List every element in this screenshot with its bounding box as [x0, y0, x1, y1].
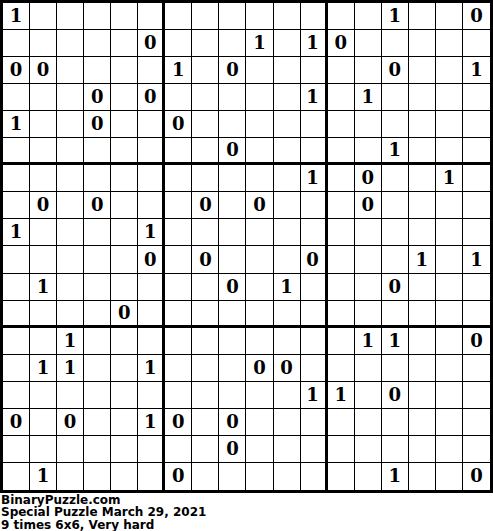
- cell-r13c2[interactable]: [30, 328, 57, 355]
- cell-r9c14[interactable]: [355, 219, 382, 246]
- cell-r18c17[interactable]: [436, 463, 463, 490]
- cell-r17c16[interactable]: [409, 436, 436, 463]
- cell-r3c14[interactable]: [355, 57, 382, 84]
- cell-r11c14[interactable]: [355, 274, 382, 301]
- cell-r14c8[interactable]: [192, 355, 219, 382]
- cell-r6c11[interactable]: [274, 138, 301, 165]
- cell-r4c2[interactable]: [30, 84, 57, 111]
- cell-r5c1: 1: [3, 111, 30, 138]
- cell-r3c8[interactable]: [192, 57, 219, 84]
- cell-r6c12[interactable]: [301, 138, 328, 165]
- cell-r6c4[interactable]: [84, 138, 111, 165]
- cell-r2c14[interactable]: [355, 30, 382, 57]
- cell-r4c18[interactable]: [463, 84, 490, 111]
- cell-r9c1: 1: [3, 219, 30, 246]
- cell-r12c1[interactable]: [3, 301, 30, 328]
- cell-r3c4[interactable]: [84, 57, 111, 84]
- cell-r1c16[interactable]: [409, 3, 436, 30]
- cell-r8c12[interactable]: [301, 192, 328, 219]
- cell-r15c10[interactable]: [246, 382, 273, 409]
- cell-r7c17: 1: [436, 165, 463, 192]
- cell-r17c2[interactable]: [30, 436, 57, 463]
- cell-r4c8[interactable]: [192, 84, 219, 111]
- cell-r3c1: 0: [3, 57, 30, 84]
- cell-r3c17[interactable]: [436, 57, 463, 84]
- cell-r4c7[interactable]: [165, 84, 192, 111]
- cell-r14c1[interactable]: [3, 355, 30, 382]
- cell-r14c6: 1: [138, 355, 165, 382]
- cell-r8c5[interactable]: [111, 192, 138, 219]
- cell-r8c7[interactable]: [165, 192, 192, 219]
- cell-r4c3[interactable]: [57, 84, 84, 111]
- cell-r11c10[interactable]: [246, 274, 273, 301]
- cell-r8c17[interactable]: [436, 192, 463, 219]
- cell-r1c12[interactable]: [301, 3, 328, 30]
- cell-r5c14[interactable]: [355, 111, 382, 138]
- cell-r4c10[interactable]: [246, 84, 273, 111]
- cell-r12c3[interactable]: [57, 301, 84, 328]
- cell-r9c17[interactable]: [436, 219, 463, 246]
- cell-r5c17[interactable]: [436, 111, 463, 138]
- cell-r7c8[interactable]: [192, 165, 219, 192]
- cell-r17c18[interactable]: [463, 436, 490, 463]
- cell-r12c11[interactable]: [274, 301, 301, 328]
- cell-r2c1[interactable]: [3, 30, 30, 57]
- board-grid: 1100110001001001110001101000001100011101…: [3, 3, 490, 490]
- cell-r16c14[interactable]: [355, 409, 382, 436]
- cell-r7c9[interactable]: [219, 165, 246, 192]
- cell-r6c17[interactable]: [436, 138, 463, 165]
- cell-r9c10[interactable]: [246, 219, 273, 246]
- cell-r15c6[interactable]: [138, 382, 165, 409]
- cell-r14c16[interactable]: [409, 355, 436, 382]
- cell-r2c5[interactable]: [111, 30, 138, 57]
- cell-r2c4[interactable]: [84, 30, 111, 57]
- cell-r11c18[interactable]: [463, 274, 490, 301]
- cell-r16c11[interactable]: [274, 409, 301, 436]
- cell-r14c13[interactable]: [328, 355, 355, 382]
- cell-r5c3[interactable]: [57, 111, 84, 138]
- cell-r9c4[interactable]: [84, 219, 111, 246]
- cell-r12c2[interactable]: [30, 301, 57, 328]
- cell-r11c3[interactable]: [57, 274, 84, 301]
- cell-r12c17[interactable]: [436, 301, 463, 328]
- cell-r17c6[interactable]: [138, 436, 165, 463]
- cell-r18c14[interactable]: [355, 463, 382, 490]
- cell-r12c10[interactable]: [246, 301, 273, 328]
- cell-r16c12[interactable]: [301, 409, 328, 436]
- cell-r8c9[interactable]: [219, 192, 246, 219]
- cell-r10c10[interactable]: [246, 246, 273, 273]
- cell-r4c4: 0: [84, 84, 111, 111]
- cell-r15c13: 1: [328, 382, 355, 409]
- cell-r11c2: 1: [30, 274, 57, 301]
- cell-r5c18[interactable]: [463, 111, 490, 138]
- cell-r11c12[interactable]: [301, 274, 328, 301]
- cell-r9c8[interactable]: [192, 219, 219, 246]
- cell-r3c5[interactable]: [111, 57, 138, 84]
- cell-r13c3: 1: [57, 328, 84, 355]
- cell-r15c4[interactable]: [84, 382, 111, 409]
- cell-r2c9[interactable]: [219, 30, 246, 57]
- page: 1100110001001001110001101000001100011101…: [0, 0, 493, 531]
- cell-r18c13[interactable]: [328, 463, 355, 490]
- cell-r16c15[interactable]: [382, 409, 409, 436]
- cell-r14c4[interactable]: [84, 355, 111, 382]
- cell-r8c11[interactable]: [274, 192, 301, 219]
- cell-r2c6: 0: [138, 30, 165, 57]
- cell-r10c14[interactable]: [355, 246, 382, 273]
- cell-r8c15[interactable]: [382, 192, 409, 219]
- cell-r9c11[interactable]: [274, 219, 301, 246]
- cell-r16c5[interactable]: [111, 409, 138, 436]
- cell-r7c1[interactable]: [3, 165, 30, 192]
- cell-r15c5[interactable]: [111, 382, 138, 409]
- cell-r17c1[interactable]: [3, 436, 30, 463]
- cell-r16c13[interactable]: [328, 409, 355, 436]
- cell-r8c2: 0: [30, 192, 57, 219]
- cell-r7c3[interactable]: [57, 165, 84, 192]
- cell-r11c7[interactable]: [165, 274, 192, 301]
- cell-r11c13[interactable]: [328, 274, 355, 301]
- cell-r4c15[interactable]: [382, 84, 409, 111]
- cell-r5c9[interactable]: [219, 111, 246, 138]
- cell-r3c7: 1: [165, 57, 192, 84]
- cell-r7c13[interactable]: [328, 165, 355, 192]
- cell-r12c12[interactable]: [301, 301, 328, 328]
- cell-r2c17[interactable]: [436, 30, 463, 57]
- cell-r18c7: 0: [165, 463, 192, 490]
- cell-r7c11[interactable]: [274, 165, 301, 192]
- cell-r6c1[interactable]: [3, 138, 30, 165]
- cell-r2c10: 1: [246, 30, 273, 57]
- cell-r6c6[interactable]: [138, 138, 165, 165]
- cell-r1c2[interactable]: [30, 3, 57, 30]
- cell-r10c1[interactable]: [3, 246, 30, 273]
- cell-r11c8[interactable]: [192, 274, 219, 301]
- cell-r13c16[interactable]: [409, 328, 436, 355]
- cell-r17c14[interactable]: [355, 436, 382, 463]
- cell-r16c10[interactable]: [246, 409, 273, 436]
- cell-r5c13[interactable]: [328, 111, 355, 138]
- cell-r18c3[interactable]: [57, 463, 84, 490]
- cell-r6c8[interactable]: [192, 138, 219, 165]
- cell-r4c11[interactable]: [274, 84, 301, 111]
- cell-r14c9[interactable]: [219, 355, 246, 382]
- cell-r11c5[interactable]: [111, 274, 138, 301]
- cell-r5c6[interactable]: [138, 111, 165, 138]
- cell-r12c4[interactable]: [84, 301, 111, 328]
- cell-r17c10[interactable]: [246, 436, 273, 463]
- cell-r4c1[interactable]: [3, 84, 30, 111]
- cell-r18c4[interactable]: [84, 463, 111, 490]
- cell-r18c16[interactable]: [409, 463, 436, 490]
- cell-r1c15: 1: [382, 3, 409, 30]
- cell-r5c2[interactable]: [30, 111, 57, 138]
- cell-r10c2[interactable]: [30, 246, 57, 273]
- cell-r7c15[interactable]: [382, 165, 409, 192]
- cell-r9c2[interactable]: [30, 219, 57, 246]
- cell-r15c9[interactable]: [219, 382, 246, 409]
- cell-r17c5[interactable]: [111, 436, 138, 463]
- cell-r13c8[interactable]: [192, 328, 219, 355]
- cell-r15c1[interactable]: [3, 382, 30, 409]
- cell-r14c5[interactable]: [111, 355, 138, 382]
- cell-r9c7[interactable]: [165, 219, 192, 246]
- cell-r2c7[interactable]: [165, 30, 192, 57]
- cell-r4c5[interactable]: [111, 84, 138, 111]
- cell-r6c13[interactable]: [328, 138, 355, 165]
- cell-r18c9[interactable]: [219, 463, 246, 490]
- cell-r1c10[interactable]: [246, 3, 273, 30]
- cell-r4c16[interactable]: [409, 84, 436, 111]
- cell-r8c14: 0: [355, 192, 382, 219]
- cell-r18c5[interactable]: [111, 463, 138, 490]
- cell-r18c11[interactable]: [274, 463, 301, 490]
- cell-r1c17[interactable]: [436, 3, 463, 30]
- cell-r1c7[interactable]: [165, 3, 192, 30]
- cell-r18c6[interactable]: [138, 463, 165, 490]
- cell-r10c4[interactable]: [84, 246, 111, 273]
- cell-r13c1[interactable]: [3, 328, 30, 355]
- cell-r1c8[interactable]: [192, 3, 219, 30]
- cell-r4c17[interactable]: [436, 84, 463, 111]
- cell-r3c3[interactable]: [57, 57, 84, 84]
- cell-r5c8[interactable]: [192, 111, 219, 138]
- cell-r9c12[interactable]: [301, 219, 328, 246]
- cell-r1c14[interactable]: [355, 3, 382, 30]
- cell-r10c9[interactable]: [219, 246, 246, 273]
- cell-r8c1[interactable]: [3, 192, 30, 219]
- cell-r16c8[interactable]: [192, 409, 219, 436]
- cell-r12c7[interactable]: [165, 301, 192, 328]
- cell-r16c4[interactable]: [84, 409, 111, 436]
- cell-r17c4[interactable]: [84, 436, 111, 463]
- cell-r5c7: 0: [165, 111, 192, 138]
- cell-r3c13[interactable]: [328, 57, 355, 84]
- cell-r13c15: 1: [382, 328, 409, 355]
- cell-r13c11[interactable]: [274, 328, 301, 355]
- cell-r15c7[interactable]: [165, 382, 192, 409]
- cell-r7c18[interactable]: [463, 165, 490, 192]
- cell-r2c16[interactable]: [409, 30, 436, 57]
- cell-r5c12[interactable]: [301, 111, 328, 138]
- cell-r7c10[interactable]: [246, 165, 273, 192]
- cell-r14c12[interactable]: [301, 355, 328, 382]
- cell-r15c8[interactable]: [192, 382, 219, 409]
- cell-r6c16[interactable]: [409, 138, 436, 165]
- cell-r5c16[interactable]: [409, 111, 436, 138]
- cell-r12c8[interactable]: [192, 301, 219, 328]
- cell-r6c14[interactable]: [355, 138, 382, 165]
- cell-r16c16[interactable]: [409, 409, 436, 436]
- cell-r7c7[interactable]: [165, 165, 192, 192]
- cell-r3c10[interactable]: [246, 57, 273, 84]
- cell-r7c4[interactable]: [84, 165, 111, 192]
- cell-r4c12: 1: [301, 84, 328, 111]
- cell-r12c14[interactable]: [355, 301, 382, 328]
- cell-r15c3[interactable]: [57, 382, 84, 409]
- cell-r3c6[interactable]: [138, 57, 165, 84]
- cell-r3c16[interactable]: [409, 57, 436, 84]
- cell-r12c13[interactable]: [328, 301, 355, 328]
- cell-r1c11[interactable]: [274, 3, 301, 30]
- cell-r16c17[interactable]: [436, 409, 463, 436]
- cell-r12c9[interactable]: [219, 301, 246, 328]
- cell-r13c17[interactable]: [436, 328, 463, 355]
- cell-r10c11[interactable]: [274, 246, 301, 273]
- cell-r2c2[interactable]: [30, 30, 57, 57]
- cell-r5c11[interactable]: [274, 111, 301, 138]
- cell-r2c15[interactable]: [382, 30, 409, 57]
- cell-r8c6[interactable]: [138, 192, 165, 219]
- cell-r13c6[interactable]: [138, 328, 165, 355]
- cell-r14c10: 0: [246, 355, 273, 382]
- cell-r18c1[interactable]: [3, 463, 30, 490]
- cell-r15c2[interactable]: [30, 382, 57, 409]
- cell-r8c16[interactable]: [409, 192, 436, 219]
- cell-r5c5[interactable]: [111, 111, 138, 138]
- cell-r9c9[interactable]: [219, 219, 246, 246]
- cell-r11c1[interactable]: [3, 274, 30, 301]
- cell-r9c13[interactable]: [328, 219, 355, 246]
- cell-r7c5[interactable]: [111, 165, 138, 192]
- cell-r1c9[interactable]: [219, 3, 246, 30]
- cell-r6c18[interactable]: [463, 138, 490, 165]
- cell-r15c16[interactable]: [409, 382, 436, 409]
- cell-r18c8[interactable]: [192, 463, 219, 490]
- cell-r4c13[interactable]: [328, 84, 355, 111]
- cell-r13c12[interactable]: [301, 328, 328, 355]
- cell-r6c5[interactable]: [111, 138, 138, 165]
- cell-r9c18[interactable]: [463, 219, 490, 246]
- cell-r13c9[interactable]: [219, 328, 246, 355]
- cell-r17c15[interactable]: [382, 436, 409, 463]
- puzzle-spec: 9 times 6x6, Very hard: [1, 519, 493, 531]
- cell-r15c18[interactable]: [463, 382, 490, 409]
- cell-r10c15[interactable]: [382, 246, 409, 273]
- cell-r18c10[interactable]: [246, 463, 273, 490]
- cell-r7c6[interactable]: [138, 165, 165, 192]
- cell-r9c3[interactable]: [57, 219, 84, 246]
- cell-r5c15[interactable]: [382, 111, 409, 138]
- cell-r8c18[interactable]: [463, 192, 490, 219]
- cell-r8c8: 0: [192, 192, 219, 219]
- cell-r2c8[interactable]: [192, 30, 219, 57]
- cell-r16c3: 0: [57, 409, 84, 436]
- cell-r17c3[interactable]: [57, 436, 84, 463]
- cell-r15c14[interactable]: [355, 382, 382, 409]
- cell-r1c6[interactable]: [138, 3, 165, 30]
- cell-r14c18[interactable]: [463, 355, 490, 382]
- cell-r11c16[interactable]: [409, 274, 436, 301]
- cell-r11c6[interactable]: [138, 274, 165, 301]
- cell-r9c16[interactable]: [409, 219, 436, 246]
- cell-r10c13[interactable]: [328, 246, 355, 273]
- cell-r12c18[interactable]: [463, 301, 490, 328]
- cell-r10c16: 1: [409, 246, 436, 273]
- cell-r17c8[interactable]: [192, 436, 219, 463]
- cell-r17c12[interactable]: [301, 436, 328, 463]
- cell-r6c2[interactable]: [30, 138, 57, 165]
- cell-r17c13[interactable]: [328, 436, 355, 463]
- cell-r9c5[interactable]: [111, 219, 138, 246]
- cell-r16c18[interactable]: [463, 409, 490, 436]
- cell-r13c18: 0: [463, 328, 490, 355]
- cell-r13c14: 1: [355, 328, 382, 355]
- cell-r3c12[interactable]: [301, 57, 328, 84]
- cell-r7c14: 0: [355, 165, 382, 192]
- cell-r8c3[interactable]: [57, 192, 84, 219]
- caption: BinaryPuzzle.com Special Puzzle March 29…: [0, 493, 493, 531]
- cell-r12c16[interactable]: [409, 301, 436, 328]
- cell-r10c3[interactable]: [57, 246, 84, 273]
- cell-r1c13[interactable]: [328, 3, 355, 30]
- cell-r11c17[interactable]: [436, 274, 463, 301]
- cell-r4c9[interactable]: [219, 84, 246, 111]
- puzzle-title: Special Puzzle March 29, 2021: [1, 506, 493, 518]
- cell-r16c6: 1: [138, 409, 165, 436]
- cell-r14c14[interactable]: [355, 355, 382, 382]
- cell-r14c15[interactable]: [382, 355, 409, 382]
- cell-r10c5[interactable]: [111, 246, 138, 273]
- cell-r1c5[interactable]: [111, 3, 138, 30]
- cell-r13c5[interactable]: [111, 328, 138, 355]
- cell-r2c18[interactable]: [463, 30, 490, 57]
- cell-r13c13[interactable]: [328, 328, 355, 355]
- cell-r2c3[interactable]: [57, 30, 84, 57]
- cell-r2c11[interactable]: [274, 30, 301, 57]
- cell-r15c17[interactable]: [436, 382, 463, 409]
- cell-r14c11: 0: [274, 355, 301, 382]
- cell-r3c11[interactable]: [274, 57, 301, 84]
- cell-r17c7[interactable]: [165, 436, 192, 463]
- cell-r6c7[interactable]: [165, 138, 192, 165]
- cell-r7c16[interactable]: [409, 165, 436, 192]
- cell-r7c2[interactable]: [30, 165, 57, 192]
- cell-r18c12[interactable]: [301, 463, 328, 490]
- cell-r10c17[interactable]: [436, 246, 463, 273]
- cell-r16c2[interactable]: [30, 409, 57, 436]
- cell-r5c10[interactable]: [246, 111, 273, 138]
- cell-r6c3[interactable]: [57, 138, 84, 165]
- cell-r11c4[interactable]: [84, 274, 111, 301]
- cell-r12c5: 0: [111, 301, 138, 328]
- cell-r12c6[interactable]: [138, 301, 165, 328]
- cell-r14c7[interactable]: [165, 355, 192, 382]
- cell-r13c10[interactable]: [246, 328, 273, 355]
- cell-r17c17[interactable]: [436, 436, 463, 463]
- cell-r14c3: 1: [57, 355, 84, 382]
- cell-r9c6: 1: [138, 219, 165, 246]
- cell-r18c2: 1: [30, 463, 57, 490]
- cell-r1c3[interactable]: [57, 3, 84, 30]
- cell-r1c4[interactable]: [84, 3, 111, 30]
- cell-r8c13[interactable]: [328, 192, 355, 219]
- cell-r10c7[interactable]: [165, 246, 192, 273]
- cell-r9c15[interactable]: [382, 219, 409, 246]
- cell-r13c4[interactable]: [84, 328, 111, 355]
- cell-r10c8: 0: [192, 246, 219, 273]
- cell-r14c17[interactable]: [436, 355, 463, 382]
- cell-r6c9: 0: [219, 138, 246, 165]
- cell-r17c11[interactable]: [274, 436, 301, 463]
- cell-r15c11[interactable]: [274, 382, 301, 409]
- cell-r13c7[interactable]: [165, 328, 192, 355]
- cell-r6c10[interactable]: [246, 138, 273, 165]
- cell-r12c15[interactable]: [382, 301, 409, 328]
- cell-r7c12: 1: [301, 165, 328, 192]
